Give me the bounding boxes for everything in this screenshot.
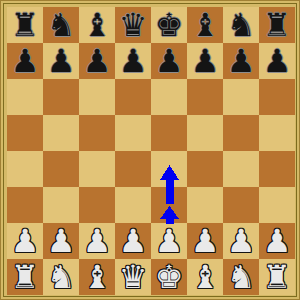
square-g5[interactable] bbox=[223, 115, 259, 151]
square-a2[interactable]: ♟ bbox=[7, 223, 43, 259]
square-d3[interactable] bbox=[115, 187, 151, 223]
black-pawn[interactable]: ♟ bbox=[119, 43, 148, 79]
square-h2[interactable]: ♟ bbox=[259, 223, 295, 259]
white-pawn[interactable]: ♟ bbox=[155, 223, 184, 259]
square-e3[interactable] bbox=[151, 187, 187, 223]
square-d8[interactable]: ♛ bbox=[115, 7, 151, 43]
square-b8[interactable]: ♞ bbox=[43, 7, 79, 43]
black-queen[interactable]: ♛ bbox=[119, 7, 148, 43]
white-queen[interactable]: ♛ bbox=[119, 259, 148, 295]
square-d5[interactable] bbox=[115, 115, 151, 151]
black-knight[interactable]: ♞ bbox=[47, 7, 76, 43]
black-king[interactable]: ♚ bbox=[155, 7, 184, 43]
black-pawn[interactable]: ♟ bbox=[191, 43, 220, 79]
black-rook[interactable]: ♜ bbox=[263, 7, 292, 43]
white-pawn[interactable]: ♟ bbox=[227, 223, 256, 259]
black-rook[interactable]: ♜ bbox=[11, 7, 40, 43]
square-f1[interactable]: ♝ bbox=[187, 259, 223, 295]
black-knight[interactable]: ♞ bbox=[227, 7, 256, 43]
square-a3[interactable] bbox=[7, 187, 43, 223]
black-pawn[interactable]: ♟ bbox=[155, 43, 184, 79]
white-pawn[interactable]: ♟ bbox=[47, 223, 76, 259]
white-rook[interactable]: ♜ bbox=[11, 259, 40, 295]
square-e8[interactable]: ♚ bbox=[151, 7, 187, 43]
black-pawn[interactable]: ♟ bbox=[227, 43, 256, 79]
square-c7[interactable]: ♟ bbox=[79, 43, 115, 79]
white-pawn[interactable]: ♟ bbox=[263, 223, 292, 259]
square-f6[interactable] bbox=[187, 79, 223, 115]
white-bishop[interactable]: ♝ bbox=[83, 259, 112, 295]
square-g2[interactable]: ♟ bbox=[223, 223, 259, 259]
square-b3[interactable] bbox=[43, 187, 79, 223]
square-d4[interactable] bbox=[115, 151, 151, 187]
square-b4[interactable] bbox=[43, 151, 79, 187]
square-b7[interactable]: ♟ bbox=[43, 43, 79, 79]
square-a6[interactable] bbox=[7, 79, 43, 115]
square-e2[interactable]: ♟ bbox=[151, 223, 187, 259]
square-f8[interactable]: ♝ bbox=[187, 7, 223, 43]
square-d1[interactable]: ♛ bbox=[115, 259, 151, 295]
square-f5[interactable] bbox=[187, 115, 223, 151]
white-pawn[interactable]: ♟ bbox=[83, 223, 112, 259]
black-pawn[interactable]: ♟ bbox=[83, 43, 112, 79]
square-g6[interactable] bbox=[223, 79, 259, 115]
square-a5[interactable] bbox=[7, 115, 43, 151]
square-a4[interactable] bbox=[7, 151, 43, 187]
square-d2[interactable]: ♟ bbox=[115, 223, 151, 259]
black-pawn[interactable]: ♟ bbox=[11, 43, 40, 79]
square-g7[interactable]: ♟ bbox=[223, 43, 259, 79]
square-f3[interactable] bbox=[187, 187, 223, 223]
black-bishop[interactable]: ♝ bbox=[191, 7, 220, 43]
square-a1[interactable]: ♜ bbox=[7, 259, 43, 295]
square-e6[interactable] bbox=[151, 79, 187, 115]
square-c5[interactable] bbox=[79, 115, 115, 151]
square-h4[interactable] bbox=[259, 151, 295, 187]
square-g1[interactable]: ♞ bbox=[223, 259, 259, 295]
square-d7[interactable]: ♟ bbox=[115, 43, 151, 79]
square-c6[interactable] bbox=[79, 79, 115, 115]
white-bishop[interactable]: ♝ bbox=[191, 259, 220, 295]
square-b6[interactable] bbox=[43, 79, 79, 115]
square-c2[interactable]: ♟ bbox=[79, 223, 115, 259]
square-c8[interactable]: ♝ bbox=[79, 7, 115, 43]
white-pawn[interactable]: ♟ bbox=[11, 223, 40, 259]
square-f2[interactable]: ♟ bbox=[187, 223, 223, 259]
square-h3[interactable] bbox=[259, 187, 295, 223]
square-a8[interactable]: ♜ bbox=[7, 7, 43, 43]
square-e1[interactable]: ♚ bbox=[151, 259, 187, 295]
square-f7[interactable]: ♟ bbox=[187, 43, 223, 79]
square-f4[interactable] bbox=[187, 151, 223, 187]
square-h5[interactable] bbox=[259, 115, 295, 151]
square-c4[interactable] bbox=[79, 151, 115, 187]
square-c1[interactable]: ♝ bbox=[79, 259, 115, 295]
square-g8[interactable]: ♞ bbox=[223, 7, 259, 43]
white-knight[interactable]: ♞ bbox=[227, 259, 256, 295]
square-g3[interactable] bbox=[223, 187, 259, 223]
white-knight[interactable]: ♞ bbox=[47, 259, 76, 295]
board-frame: ♜♞♝♛♚♝♞♜♟♟♟♟♟♟♟♟♟♟♟♟♟♟♟♟♜♞♝♛♚♝♞♜ bbox=[0, 0, 300, 300]
chess-board: ♜♞♝♛♚♝♞♜♟♟♟♟♟♟♟♟♟♟♟♟♟♟♟♟♜♞♝♛♚♝♞♜ bbox=[7, 7, 295, 295]
square-d6[interactable] bbox=[115, 79, 151, 115]
square-h8[interactable]: ♜ bbox=[259, 7, 295, 43]
square-h7[interactable]: ♟ bbox=[259, 43, 295, 79]
black-bishop[interactable]: ♝ bbox=[83, 7, 112, 43]
square-c3[interactable] bbox=[79, 187, 115, 223]
black-pawn[interactable]: ♟ bbox=[47, 43, 76, 79]
square-g4[interactable] bbox=[223, 151, 259, 187]
white-king[interactable]: ♚ bbox=[155, 259, 184, 295]
square-e7[interactable]: ♟ bbox=[151, 43, 187, 79]
square-b5[interactable] bbox=[43, 115, 79, 151]
black-pawn[interactable]: ♟ bbox=[263, 43, 292, 79]
square-h1[interactable]: ♜ bbox=[259, 259, 295, 295]
square-b1[interactable]: ♞ bbox=[43, 259, 79, 295]
white-rook[interactable]: ♜ bbox=[263, 259, 292, 295]
white-pawn[interactable]: ♟ bbox=[191, 223, 220, 259]
white-pawn[interactable]: ♟ bbox=[119, 223, 148, 259]
square-h6[interactable] bbox=[259, 79, 295, 115]
square-e4[interactable] bbox=[151, 151, 187, 187]
square-b2[interactable]: ♟ bbox=[43, 223, 79, 259]
square-e5[interactable] bbox=[151, 115, 187, 151]
square-a7[interactable]: ♟ bbox=[7, 43, 43, 79]
